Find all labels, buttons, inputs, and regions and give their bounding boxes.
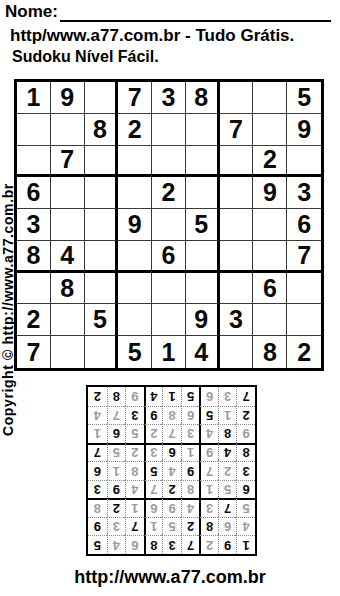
- solution-cell-r6c9: 7: [88, 443, 107, 462]
- solution-cell-r1c5: 3: [162, 535, 181, 554]
- cell-r7c8[interactable]: 6: [253, 273, 287, 305]
- solution-cell-r6c7: 2: [125, 443, 144, 462]
- solution-cell-r8c8: 7: [107, 406, 126, 425]
- solution-cell-r8c2: 1: [218, 406, 237, 425]
- solution-cell-r3c9: 8: [88, 498, 107, 517]
- solution-cell-r7c8: 6: [107, 424, 126, 443]
- cell-r6c2[interactable]: 4: [51, 241, 85, 273]
- cell-r5c9[interactable]: 6: [287, 209, 321, 241]
- cell-r2c2[interactable]: [51, 114, 85, 146]
- solution-cell-r7c7: 5: [125, 424, 144, 443]
- solution-cell-r8c9: 4: [88, 406, 107, 425]
- name-label: Nome:: [5, 2, 58, 22]
- solution-cell-r7c5: 7: [162, 424, 181, 443]
- cell-r5c2[interactable]: [51, 209, 85, 241]
- cell-r9c3[interactable]: [85, 336, 119, 368]
- solution-cell-r3c5: 9: [162, 498, 181, 517]
- cell-r6c4[interactable]: [118, 241, 152, 273]
- cell-r9c2[interactable]: [51, 336, 85, 368]
- cell-r5c6[interactable]: 5: [186, 209, 220, 241]
- cell-r1c9[interactable]: 5: [287, 82, 321, 114]
- cell-r9c6[interactable]: 4: [186, 336, 220, 368]
- solution-cell-r3c2: 7: [218, 498, 237, 517]
- cell-r4c3[interactable]: [85, 177, 119, 209]
- solution-cell-r1c1: 1: [236, 535, 255, 554]
- cell-r7c1[interactable]: [17, 273, 51, 305]
- cell-r5c3[interactable]: [85, 209, 119, 241]
- cell-r9c4[interactable]: 5: [118, 336, 152, 368]
- cell-r1c7[interactable]: [220, 82, 254, 114]
- solution-cell-r8c5: 8: [162, 406, 181, 425]
- cell-r8c8[interactable]: [253, 304, 287, 336]
- cell-r4c2[interactable]: [51, 177, 85, 209]
- solution-cell-r5c5: 4: [162, 461, 181, 480]
- solution-cell-r9c9: 2: [88, 387, 107, 406]
- solution-cell-r4c3: 1: [199, 480, 218, 499]
- solution-cell-r1c8: 4: [107, 535, 126, 554]
- cell-r1c8[interactable]: [253, 82, 287, 114]
- cell-r6c9[interactable]: 7: [287, 241, 321, 273]
- solution-cell-r6c4: 1: [181, 443, 200, 462]
- cell-r6c3[interactable]: [85, 241, 119, 273]
- cell-r4c4[interactable]: [118, 177, 152, 209]
- cell-r4c5[interactable]: 2: [152, 177, 186, 209]
- cell-r3c6[interactable]: [186, 146, 220, 178]
- cell-r5c8[interactable]: [253, 209, 287, 241]
- cell-r3c8[interactable]: 2: [253, 146, 287, 178]
- solution-cell-r3c4: 4: [181, 498, 200, 517]
- cell-r8c9[interactable]: [287, 304, 321, 336]
- cell-r9c7[interactable]: [220, 336, 254, 368]
- solution-cell-r2c5: 5: [162, 517, 181, 536]
- solution-cell-r7c2: 8: [218, 424, 237, 443]
- site-title: http/www.a77.com.br - Tudo Grátis.: [10, 26, 294, 46]
- solution-cell-r8c7: 3: [125, 406, 144, 425]
- cell-r2c6[interactable]: [186, 114, 220, 146]
- solution-cell-r4c8: 9: [107, 480, 126, 499]
- cell-r4c6[interactable]: [186, 177, 220, 209]
- solution-cell-r4c9: 3: [88, 480, 107, 499]
- solution-cell-r3c8: 2: [107, 498, 126, 517]
- cell-r2c1[interactable]: [17, 114, 51, 146]
- cell-r6c1[interactable]: 8: [17, 241, 51, 273]
- solution-cell-r1c9: 5: [88, 535, 107, 554]
- difficulty-title: Sudoku Nível Fácil.: [12, 48, 159, 66]
- cell-r1c2[interactable]: 9: [51, 82, 85, 114]
- solution-cell-r9c3: 6: [199, 387, 218, 406]
- cell-r8c2[interactable]: [51, 304, 85, 336]
- cell-r4c1[interactable]: 6: [17, 177, 51, 209]
- cell-r7c4[interactable]: [118, 273, 152, 305]
- solution-cell-r4c2: 5: [218, 480, 237, 499]
- cell-r8c1[interactable]: 2: [17, 304, 51, 336]
- cell-r2c8[interactable]: [253, 114, 287, 146]
- solution-cell-r5c9: 6: [88, 461, 107, 480]
- cell-r3c2[interactable]: 7: [51, 146, 85, 178]
- solution-cell-r5c2: 2: [218, 461, 237, 480]
- solution-cell-r5c1: 3: [236, 461, 255, 480]
- solution-cell-r6c6: 3: [144, 443, 163, 462]
- cell-r8c4[interactable]: [118, 304, 152, 336]
- solution-grid: 1927386454682517395734961286518274933279…: [86, 385, 257, 556]
- solution-cell-r7c6: 2: [144, 424, 163, 443]
- cell-r6c5[interactable]: 6: [152, 241, 186, 273]
- cell-r1c6[interactable]: 8: [186, 82, 220, 114]
- solution-cell-r2c9: 9: [88, 517, 107, 536]
- solution-cell-r5c7: 8: [125, 461, 144, 480]
- cell-r5c7[interactable]: [220, 209, 254, 241]
- solution-cell-r8c3: 5: [199, 406, 218, 425]
- cell-r7c9[interactable]: [287, 273, 321, 305]
- cell-r6c8[interactable]: [253, 241, 287, 273]
- solution-cell-r1c6: 8: [144, 535, 163, 554]
- cell-r9c9[interactable]: 2: [287, 336, 321, 368]
- solution-cell-r7c3: 4: [199, 424, 218, 443]
- solution-cell-r3c3: 3: [199, 498, 218, 517]
- solution-cell-r5c4: 9: [181, 461, 200, 480]
- solution-cell-r9c2: 3: [218, 387, 237, 406]
- cell-r3c5[interactable]: [152, 146, 186, 178]
- solution-cell-r6c3: 9: [199, 443, 218, 462]
- solution-cell-r2c3: 8: [199, 517, 218, 536]
- name-underline[interactable]: [60, 2, 331, 22]
- solution-cell-r9c5: 1: [162, 387, 181, 406]
- cell-r8c5[interactable]: [152, 304, 186, 336]
- solution-cell-r6c8: 5: [107, 443, 126, 462]
- solution-cell-r7c4: 3: [181, 424, 200, 443]
- cell-r7c7[interactable]: [220, 273, 254, 305]
- solution-cell-r6c1: 8: [236, 443, 255, 462]
- cell-r5c4[interactable]: 9: [118, 209, 152, 241]
- puzzle-grid: 197385827972629339568467862593751482: [14, 79, 324, 371]
- cell-r2c4[interactable]: 2: [118, 114, 152, 146]
- solution-cell-r2c2: 6: [218, 517, 237, 536]
- solution-cell-r2c7: 7: [125, 517, 144, 536]
- cell-r2c3[interactable]: 8: [85, 114, 119, 146]
- name-row: Nome:: [5, 2, 331, 22]
- solution-cell-r2c6: 1: [144, 517, 163, 536]
- cell-r2c5[interactable]: [152, 114, 186, 146]
- cell-r1c4[interactable]: 7: [118, 82, 152, 114]
- solution-cell-r7c1: 9: [236, 424, 255, 443]
- solution-cell-r9c6: 4: [144, 387, 163, 406]
- solution-cell-r4c7: 4: [125, 480, 144, 499]
- cell-r9c5[interactable]: 1: [152, 336, 186, 368]
- solution-cell-r4c1: 6: [236, 480, 255, 499]
- solution-cell-r5c6: 5: [144, 461, 163, 480]
- cell-r7c2[interactable]: 8: [51, 273, 85, 305]
- cell-r5c5[interactable]: [152, 209, 186, 241]
- cell-r5c1[interactable]: 3: [17, 209, 51, 241]
- cell-r1c5[interactable]: 3: [152, 82, 186, 114]
- solution-cell-r2c1: 4: [236, 517, 255, 536]
- solution-cell-r1c2: 9: [218, 535, 237, 554]
- cell-r2c9[interactable]: 9: [287, 114, 321, 146]
- cell-r1c3[interactable]: [85, 82, 119, 114]
- cell-r3c9[interactable]: [287, 146, 321, 178]
- cell-r8c6[interactable]: 9: [186, 304, 220, 336]
- cell-r2c7[interactable]: 7: [220, 114, 254, 146]
- solution-cell-r2c4: 2: [181, 517, 200, 536]
- solution-cell-r9c7: 9: [125, 387, 144, 406]
- cell-r7c5[interactable]: [152, 273, 186, 305]
- solution-cell-r4c6: 7: [144, 480, 163, 499]
- solution-cell-r6c5: 6: [162, 443, 181, 462]
- solution-cell-r2c8: 3: [107, 517, 126, 536]
- solution-cell-r8c6: 9: [144, 406, 163, 425]
- cell-r9c1[interactable]: 7: [17, 336, 51, 368]
- cell-r1c1[interactable]: 1: [17, 82, 51, 114]
- solution-cell-r8c4: 6: [181, 406, 200, 425]
- solution-cell-r5c8: 1: [107, 461, 126, 480]
- cell-r3c7[interactable]: [220, 146, 254, 178]
- cell-r3c4[interactable]: [118, 146, 152, 178]
- cell-r4c7[interactable]: [220, 177, 254, 209]
- cell-r3c3[interactable]: [85, 146, 119, 178]
- solution-cell-r3c7: 1: [125, 498, 144, 517]
- solution-cell-r9c4: 5: [181, 387, 200, 406]
- solution-cell-r4c4: 8: [181, 480, 200, 499]
- cell-r7c6[interactable]: [186, 273, 220, 305]
- solution-cell-r4c5: 2: [162, 480, 181, 499]
- solution-cell-r9c1: 7: [236, 387, 255, 406]
- cell-r8c7[interactable]: 3: [220, 304, 254, 336]
- cell-r4c9[interactable]: 3: [287, 177, 321, 209]
- cell-r6c7[interactable]: [220, 241, 254, 273]
- solution-cell-r5c3: 7: [199, 461, 218, 480]
- solution-cell-r1c7: 6: [125, 535, 144, 554]
- footer-url: http://www.a77.com.br: [0, 567, 340, 588]
- solution-cell-r8c1: 2: [236, 406, 255, 425]
- solution-cell-r3c6: 6: [144, 498, 163, 517]
- solution-cell-r3c1: 5: [236, 498, 255, 517]
- solution-cell-r6c2: 4: [218, 443, 237, 462]
- cell-r7c3[interactable]: [85, 273, 119, 305]
- solution-cell-r1c3: 2: [199, 535, 218, 554]
- cell-r9c8[interactable]: 8: [253, 336, 287, 368]
- solution-cell-r1c4: 7: [181, 535, 200, 554]
- solution-cell-r7c9: 1: [88, 424, 107, 443]
- solution-cell-r9c8: 8: [107, 387, 126, 406]
- cell-r3c1[interactable]: [17, 146, 51, 178]
- cell-r4c8[interactable]: 9: [253, 177, 287, 209]
- cell-r8c3[interactable]: 5: [85, 304, 119, 336]
- cell-r6c6[interactable]: [186, 241, 220, 273]
